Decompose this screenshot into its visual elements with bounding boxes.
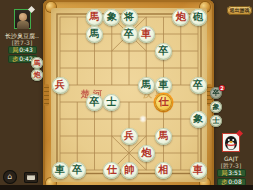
piece-red-炮[interactable]: 炮 [172,9,189,26]
piece-red-馬[interactable]: 馬 [86,9,103,26]
captured-piece-象: 象 [210,101,222,113]
piece-green-士[interactable]: 士 [103,94,120,111]
game-time-value: 0:43 [19,46,32,54]
game-time-label: 局 [12,46,18,54]
piece-red-仕[interactable]: 仕 [103,162,120,179]
piece-green-卒[interactable]: 卒 [86,94,103,111]
captured-count-badge: 2 [219,85,225,91]
avatar-photo [17,21,29,29]
piece-red-馬[interactable]: 馬 [155,128,172,145]
captured-piece-士: 士 [210,115,222,127]
exit-game-button[interactable]: 退出游戏 [227,6,252,15]
player-record: [胜7-3] [209,162,253,169]
player-name: 长沙臭豆腐.. [0,32,44,39]
bottom-strip [0,185,253,190]
piece-red-仕[interactable]: 仕 [155,94,172,111]
piece-green-卒[interactable]: 卒 [155,43,172,60]
home-button[interactable]: ⌂ [3,170,17,184]
player-name: GAJT [209,155,253,162]
game-window: 楚河 汉界 馬象将炮砲馬卒車卒兵馬車卒卒士仕象兵馬炮車卒仕帥相車 长沙臭豆腐..… [0,0,253,190]
captured-piece-炮: 炮 [31,69,43,81]
piece-red-相[interactable]: 相 [155,162,172,179]
piece-green-砲[interactable]: 砲 [190,9,207,26]
piece-green-馬[interactable]: 馬 [86,26,103,43]
game-time-label: 局 [221,169,227,177]
keyboard-icon [27,175,35,180]
player-record: [胜7-3] [0,39,44,46]
piece-green-象[interactable]: 象 [103,9,120,26]
avatar-photo [19,13,27,21]
piece-red-兵[interactable]: 兵 [121,128,138,145]
piece-red-炮[interactable]: 炮 [138,145,155,162]
piece-red-車[interactable]: 車 [138,26,155,43]
piece-green-卒[interactable]: 卒 [69,162,86,179]
piece-green-車[interactable]: 車 [155,77,172,94]
qq-penguin-icon [223,134,239,151]
piece-green-車[interactable]: 車 [52,162,69,179]
game-time-badge: 局 3:51 [217,169,246,177]
sparkle-effect [139,115,147,123]
piece-red-兵[interactable]: 兵 [52,77,69,94]
game-time-badge: 局 0:43 [8,46,37,54]
piece-red-帥[interactable]: 帥 [121,162,138,179]
piece-green-馬[interactable]: 馬 [138,77,155,94]
chat-keyboard-button[interactable] [24,172,38,183]
piece-green-卒[interactable]: 卒 [190,77,207,94]
piece-red-車[interactable]: 車 [190,162,207,179]
game-time-value: 3:51 [228,169,241,177]
move-time-label: 步 [12,55,18,63]
piece-green-象[interactable]: 象 [190,111,207,128]
piece-green-将[interactable]: 将 [121,9,138,26]
avatar[interactable] [222,133,240,152]
captured-piece-馬: 馬 [31,57,43,69]
avatar[interactable] [14,9,31,29]
piece-green-卒[interactable]: 卒 [121,26,138,43]
